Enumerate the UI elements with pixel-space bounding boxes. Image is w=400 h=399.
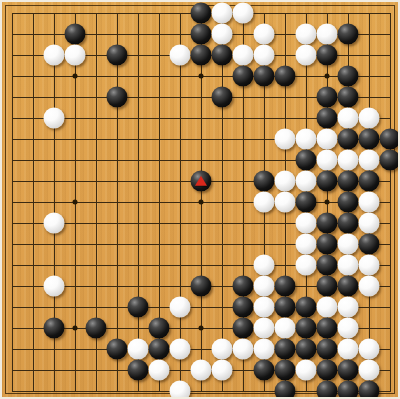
white-stone[interactable]	[44, 276, 65, 297]
white-stone[interactable]	[44, 108, 65, 129]
black-stone[interactable]	[317, 171, 338, 192]
white-stone[interactable]	[359, 192, 380, 213]
black-stone[interactable]	[338, 360, 359, 381]
white-stone[interactable]	[128, 339, 149, 360]
black-stone[interactable]	[359, 129, 380, 150]
white-stone[interactable]	[359, 213, 380, 234]
black-stone[interactable]	[107, 339, 128, 360]
white-stone[interactable]	[275, 171, 296, 192]
black-stone[interactable]	[233, 276, 254, 297]
black-stone[interactable]	[191, 3, 212, 24]
black-stone[interactable]	[107, 87, 128, 108]
black-stone[interactable]	[212, 87, 233, 108]
white-stone[interactable]	[233, 339, 254, 360]
white-stone[interactable]	[233, 3, 254, 24]
black-stone[interactable]	[149, 339, 170, 360]
white-stone[interactable]	[359, 150, 380, 171]
white-stone[interactable]	[296, 360, 317, 381]
black-stone[interactable]	[254, 66, 275, 87]
white-stone[interactable]	[296, 213, 317, 234]
black-stone[interactable]	[338, 381, 359, 399]
black-stone[interactable]	[275, 66, 296, 87]
black-stone[interactable]	[317, 318, 338, 339]
white-stone[interactable]	[359, 276, 380, 297]
white-stone[interactable]	[296, 171, 317, 192]
white-stone[interactable]	[275, 129, 296, 150]
white-stone[interactable]	[212, 360, 233, 381]
black-stone[interactable]	[275, 360, 296, 381]
black-stone[interactable]	[107, 45, 128, 66]
black-stone[interactable]	[233, 66, 254, 87]
black-stone[interactable]	[275, 339, 296, 360]
black-stone[interactable]	[338, 192, 359, 213]
white-stone[interactable]	[275, 318, 296, 339]
white-stone[interactable]	[317, 129, 338, 150]
black-stone[interactable]	[296, 150, 317, 171]
white-stone[interactable]	[317, 150, 338, 171]
black-stone[interactable]	[380, 129, 400, 150]
white-stone[interactable]	[254, 24, 275, 45]
white-stone[interactable]	[65, 45, 86, 66]
white-stone[interactable]	[170, 45, 191, 66]
white-stone[interactable]	[44, 213, 65, 234]
black-stone[interactable]	[317, 108, 338, 129]
star-point	[73, 326, 78, 331]
white-stone[interactable]	[170, 297, 191, 318]
black-stone[interactable]	[338, 129, 359, 150]
black-stone[interactable]	[296, 318, 317, 339]
white-stone[interactable]	[254, 45, 275, 66]
black-stone[interactable]	[44, 318, 65, 339]
white-stone[interactable]	[254, 318, 275, 339]
black-stone[interactable]	[317, 45, 338, 66]
black-stone[interactable]	[275, 276, 296, 297]
star-point	[73, 74, 78, 79]
white-stone[interactable]	[212, 24, 233, 45]
white-stone[interactable]	[338, 108, 359, 129]
white-stone[interactable]	[296, 45, 317, 66]
white-stone[interactable]	[338, 318, 359, 339]
black-stone[interactable]	[275, 297, 296, 318]
black-stone[interactable]	[212, 45, 233, 66]
black-stone[interactable]	[128, 360, 149, 381]
white-stone[interactable]	[296, 234, 317, 255]
white-stone[interactable]	[317, 24, 338, 45]
white-stone[interactable]	[191, 360, 212, 381]
black-stone[interactable]	[191, 45, 212, 66]
black-stone[interactable]	[86, 318, 107, 339]
black-stone[interactable]	[317, 276, 338, 297]
white-stone[interactable]	[254, 339, 275, 360]
black-stone[interactable]	[296, 339, 317, 360]
white-stone[interactable]	[338, 150, 359, 171]
white-stone[interactable]	[359, 255, 380, 276]
grid-line-vertical	[390, 13, 391, 392]
white-stone[interactable]	[338, 297, 359, 318]
star-point	[199, 74, 204, 79]
black-stone[interactable]	[317, 87, 338, 108]
star-point	[325, 200, 330, 205]
white-stone[interactable]	[338, 339, 359, 360]
white-stone[interactable]	[317, 297, 338, 318]
white-stone[interactable]	[149, 360, 170, 381]
white-stone[interactable]	[233, 45, 254, 66]
black-stone[interactable]	[317, 255, 338, 276]
star-point	[199, 326, 204, 331]
white-stone[interactable]	[338, 255, 359, 276]
black-stone[interactable]	[338, 66, 359, 87]
star-point	[199, 200, 204, 205]
black-stone[interactable]	[128, 297, 149, 318]
black-stone[interactable]	[296, 192, 317, 213]
white-stone[interactable]	[254, 297, 275, 318]
star-point	[73, 200, 78, 205]
black-stone[interactable]	[338, 87, 359, 108]
star-point	[325, 74, 330, 79]
black-stone[interactable]	[338, 171, 359, 192]
black-stone[interactable]	[233, 318, 254, 339]
black-stone[interactable]	[359, 234, 380, 255]
white-stone[interactable]	[170, 339, 191, 360]
grid-line-vertical	[222, 13, 223, 392]
white-stone[interactable]	[338, 234, 359, 255]
black-stone[interactable]	[380, 150, 400, 171]
black-stone[interactable]	[191, 276, 212, 297]
black-stone[interactable]	[359, 381, 380, 399]
black-stone[interactable]	[317, 360, 338, 381]
white-stone[interactable]	[212, 339, 233, 360]
white-stone[interactable]	[296, 24, 317, 45]
white-stone[interactable]	[275, 192, 296, 213]
white-stone[interactable]	[170, 381, 191, 399]
go-board[interactable]	[0, 0, 400, 399]
black-stone[interactable]	[317, 234, 338, 255]
white-stone[interactable]	[359, 108, 380, 129]
white-stone[interactable]	[359, 360, 380, 381]
black-stone[interactable]	[275, 381, 296, 399]
black-stone[interactable]	[149, 318, 170, 339]
white-stone[interactable]	[44, 45, 65, 66]
black-stone[interactable]	[359, 171, 380, 192]
black-stone[interactable]	[338, 276, 359, 297]
white-stone[interactable]	[254, 192, 275, 213]
black-stone[interactable]	[317, 339, 338, 360]
black-stone[interactable]	[191, 24, 212, 45]
black-stone[interactable]	[338, 213, 359, 234]
black-stone[interactable]	[233, 297, 254, 318]
black-stone[interactable]	[338, 24, 359, 45]
white-stone[interactable]	[212, 3, 233, 24]
white-stone[interactable]	[254, 255, 275, 276]
black-stone[interactable]	[317, 381, 338, 399]
black-stone[interactable]	[254, 171, 275, 192]
white-stone[interactable]	[296, 255, 317, 276]
white-stone[interactable]	[296, 129, 317, 150]
black-stone[interactable]	[254, 360, 275, 381]
white-stone[interactable]	[359, 339, 380, 360]
black-stone[interactable]	[191, 171, 212, 192]
white-stone[interactable]	[254, 276, 275, 297]
black-stone[interactable]	[65, 24, 86, 45]
black-stone[interactable]	[317, 213, 338, 234]
black-stone[interactable]	[296, 297, 317, 318]
